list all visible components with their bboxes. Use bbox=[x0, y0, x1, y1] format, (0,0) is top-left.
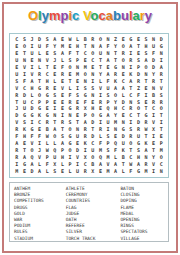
grid-cell[interactable]: L bbox=[51, 78, 59, 85]
grid-cell[interactable]: G bbox=[66, 140, 74, 147]
grid-cell[interactable]: Y bbox=[51, 43, 59, 50]
grid-cell[interactable]: L bbox=[119, 168, 127, 175]
grid-cell[interactable]: S bbox=[66, 119, 74, 126]
grid-cell[interactable]: O bbox=[135, 105, 143, 112]
grid-cell[interactable]: T bbox=[150, 147, 158, 154]
grid-cell[interactable]: T bbox=[157, 112, 165, 119]
grid-cell[interactable]: R bbox=[43, 85, 51, 92]
grid-cell[interactable]: U bbox=[97, 50, 105, 57]
grid-cell[interactable]: R bbox=[142, 119, 150, 126]
grid-cell[interactable]: I bbox=[150, 112, 158, 119]
grid-cell[interactable]: S bbox=[51, 92, 59, 99]
grid-cell[interactable]: K bbox=[81, 140, 89, 147]
grid-cell[interactable]: S bbox=[51, 50, 59, 57]
grid-cell[interactable]: S bbox=[89, 85, 97, 92]
grid-cell[interactable]: D bbox=[119, 133, 127, 140]
grid-cell[interactable]: K bbox=[21, 126, 29, 133]
grid-cell[interactable]: D bbox=[74, 147, 82, 154]
grid-cell[interactable]: G bbox=[112, 64, 120, 71]
grid-cell[interactable]: C bbox=[89, 57, 97, 64]
grid-cell[interactable]: N bbox=[51, 112, 59, 119]
grid-cell[interactable]: S bbox=[104, 92, 112, 99]
grid-cell[interactable]: A bbox=[81, 119, 89, 126]
grid-cell[interactable]: R bbox=[13, 154, 21, 161]
grid-cell[interactable]: A bbox=[142, 57, 150, 64]
grid-cell[interactable]: Y bbox=[112, 99, 120, 106]
grid-cell[interactable]: G bbox=[66, 105, 74, 112]
grid-cell[interactable]: S bbox=[51, 168, 59, 175]
grid-cell[interactable]: R bbox=[97, 126, 105, 133]
grid-cell[interactable]: A bbox=[104, 71, 112, 78]
grid-cell[interactable]: M bbox=[59, 43, 67, 50]
grid-cell[interactable]: R bbox=[13, 147, 21, 154]
grid-cell[interactable]: S bbox=[142, 50, 150, 57]
grid-cell[interactable]: I bbox=[51, 105, 59, 112]
grid-cell[interactable]: E bbox=[36, 126, 44, 133]
grid-cell[interactable]: N bbox=[142, 154, 150, 161]
grid-cell[interactable]: K bbox=[112, 78, 120, 85]
grid-cell[interactable]: C bbox=[150, 105, 158, 112]
grid-cell[interactable]: J bbox=[36, 147, 44, 154]
grid-cell[interactable]: M bbox=[142, 168, 150, 175]
grid-cell[interactable]: N bbox=[157, 50, 165, 57]
grid-cell[interactable]: N bbox=[127, 99, 135, 106]
grid-cell[interactable]: Q bbox=[112, 140, 120, 147]
grid-cell[interactable]: C bbox=[28, 99, 36, 106]
grid-cell[interactable]: N bbox=[104, 50, 112, 57]
grid-cell[interactable]: C bbox=[13, 36, 21, 43]
grid-cell[interactable]: Y bbox=[150, 154, 158, 161]
grid-cell[interactable]: U bbox=[74, 168, 82, 175]
grid-cell[interactable]: O bbox=[66, 64, 74, 71]
grid-cell[interactable]: Y bbox=[97, 71, 105, 78]
grid-cell[interactable]: F bbox=[97, 140, 105, 147]
grid-cell[interactable]: A bbox=[112, 161, 120, 168]
grid-cell[interactable]: F bbox=[43, 43, 51, 50]
grid-cell[interactable]: E bbox=[74, 112, 82, 119]
grid-cell[interactable]: A bbox=[104, 57, 112, 64]
grid-cell[interactable]: S bbox=[21, 119, 29, 126]
grid-cell[interactable]: T bbox=[135, 112, 143, 119]
grid-cell[interactable]: A bbox=[51, 36, 59, 43]
grid-cell[interactable]: J bbox=[28, 36, 36, 43]
grid-cell[interactable]: G bbox=[28, 126, 36, 133]
grid-cell[interactable]: S bbox=[142, 36, 150, 43]
grid-cell[interactable]: G bbox=[119, 126, 127, 133]
grid-cell[interactable]: A bbox=[59, 140, 67, 147]
grid-cell[interactable]: G bbox=[36, 85, 44, 92]
grid-cell[interactable]: C bbox=[127, 92, 135, 99]
grid-cell[interactable]: A bbox=[142, 147, 150, 154]
grid-cell[interactable]: R bbox=[157, 99, 165, 106]
grid-cell[interactable]: O bbox=[66, 147, 74, 154]
grid-cell[interactable]: F bbox=[66, 92, 74, 99]
grid-cell[interactable]: X bbox=[81, 105, 89, 112]
grid-cell[interactable]: Q bbox=[97, 154, 105, 161]
grid-cell[interactable]: E bbox=[43, 105, 51, 112]
grid-cell[interactable]: V bbox=[36, 154, 44, 161]
grid-cell[interactable]: T bbox=[81, 43, 89, 50]
grid-cell[interactable]: U bbox=[104, 85, 112, 92]
grid-cell[interactable]: I bbox=[66, 154, 74, 161]
grid-cell[interactable]: E bbox=[13, 43, 21, 50]
grid-cell[interactable]: I bbox=[142, 92, 150, 99]
grid-cell[interactable]: R bbox=[59, 119, 67, 126]
grid-cell[interactable]: E bbox=[21, 168, 29, 175]
grid-cell[interactable]: N bbox=[119, 64, 127, 71]
grid-cell[interactable]: A bbox=[112, 85, 120, 92]
grid-cell[interactable]: E bbox=[59, 36, 67, 43]
grid-cell[interactable]: G bbox=[142, 112, 150, 119]
grid-cell[interactable]: G bbox=[135, 140, 143, 147]
grid-cell[interactable]: T bbox=[74, 119, 82, 126]
grid-cell[interactable]: X bbox=[89, 168, 97, 175]
grid-cell[interactable]: A bbox=[127, 43, 135, 50]
grid-cell[interactable]: R bbox=[81, 133, 89, 140]
grid-cell[interactable]: W bbox=[43, 133, 51, 140]
grid-cell[interactable]: V bbox=[28, 71, 36, 78]
grid-cell[interactable]: M bbox=[13, 168, 21, 175]
grid-cell[interactable]: C bbox=[119, 105, 127, 112]
grid-cell[interactable]: X bbox=[150, 126, 158, 133]
grid-cell[interactable]: L bbox=[36, 161, 44, 168]
grid-cell[interactable]: R bbox=[81, 126, 89, 133]
grid-cell[interactable]: N bbox=[119, 119, 127, 126]
grid-cell[interactable]: O bbox=[112, 92, 120, 99]
grid-cell[interactable]: Y bbox=[112, 43, 120, 50]
grid-cell[interactable]: V bbox=[157, 85, 165, 92]
grid-cell[interactable]: E bbox=[150, 140, 158, 147]
grid-cell[interactable]: G bbox=[127, 36, 135, 43]
grid-cell[interactable]: D bbox=[157, 36, 165, 43]
grid-cell[interactable]: R bbox=[13, 92, 21, 99]
grid-cell[interactable]: R bbox=[97, 99, 105, 106]
grid-cell[interactable]: L bbox=[66, 168, 74, 175]
grid-cell[interactable]: E bbox=[74, 78, 82, 85]
grid-cell[interactable]: T bbox=[21, 147, 29, 154]
grid-cell[interactable]: S bbox=[66, 57, 74, 64]
grid-cell[interactable]: N bbox=[36, 57, 44, 64]
grid-cell[interactable]: W bbox=[66, 36, 74, 43]
grid-cell[interactable]: H bbox=[59, 154, 67, 161]
grid-cell[interactable]: E bbox=[21, 140, 29, 147]
grid-cell[interactable]: A bbox=[119, 85, 127, 92]
grid-cell[interactable]: I bbox=[36, 140, 44, 147]
grid-cell[interactable]: T bbox=[112, 57, 120, 64]
grid-cell[interactable]: Z bbox=[135, 85, 143, 92]
grid-cell[interactable]: F bbox=[13, 133, 21, 140]
grid-cell[interactable]: I bbox=[150, 133, 158, 140]
grid-cell[interactable]: E bbox=[59, 105, 67, 112]
grid-cell[interactable]: C bbox=[21, 85, 29, 92]
grid-cell[interactable]: B bbox=[89, 161, 97, 168]
grid-cell[interactable]: D bbox=[150, 57, 158, 64]
grid-cell[interactable]: P bbox=[66, 161, 74, 168]
grid-cell[interactable]: I bbox=[74, 161, 82, 168]
grid-cell[interactable]: I bbox=[97, 92, 105, 99]
grid-cell[interactable]: N bbox=[157, 168, 165, 175]
grid-cell[interactable]: P bbox=[104, 140, 112, 147]
grid-cell[interactable]: H bbox=[89, 105, 97, 112]
grid-cell[interactable]: N bbox=[81, 78, 89, 85]
grid-cell[interactable]: A bbox=[13, 140, 21, 147]
grid-cell[interactable]: L bbox=[59, 161, 67, 168]
grid-cell[interactable]: W bbox=[127, 161, 135, 168]
grid-cell[interactable]: E bbox=[43, 50, 51, 57]
grid-cell[interactable]: E bbox=[59, 78, 67, 85]
grid-cell[interactable]: R bbox=[112, 71, 120, 78]
grid-cell[interactable]: R bbox=[127, 105, 135, 112]
grid-cell[interactable]: G bbox=[28, 112, 36, 119]
grid-cell[interactable]: D bbox=[13, 112, 21, 119]
grid-cell[interactable]: H bbox=[21, 133, 29, 140]
grid-cell[interactable]: V bbox=[21, 64, 29, 71]
grid-cell[interactable]: C bbox=[157, 161, 165, 168]
grid-cell[interactable]: M bbox=[74, 71, 82, 78]
grid-cell[interactable]: G bbox=[21, 112, 29, 119]
grid-cell[interactable]: T bbox=[74, 50, 82, 57]
grid-cell[interactable]: N bbox=[150, 85, 158, 92]
grid-cell[interactable]: H bbox=[112, 105, 120, 112]
grid-cell[interactable]: N bbox=[21, 57, 29, 64]
grid-cell[interactable]: E bbox=[13, 64, 21, 71]
grid-cell[interactable]: S bbox=[135, 147, 143, 154]
grid-cell[interactable]: R bbox=[157, 71, 165, 78]
grid-cell[interactable]: H bbox=[74, 43, 82, 50]
grid-cell[interactable]: D bbox=[36, 36, 44, 43]
grid-cell[interactable]: N bbox=[89, 71, 97, 78]
grid-cell[interactable]: T bbox=[135, 43, 143, 50]
grid-cell[interactable]: L bbox=[74, 36, 82, 43]
grid-cell[interactable]: B bbox=[43, 126, 51, 133]
grid-cell[interactable]: A bbox=[127, 78, 135, 85]
grid-cell[interactable]: F bbox=[104, 78, 112, 85]
grid-cell[interactable]: E bbox=[157, 133, 165, 140]
grid-cell[interactable]: L bbox=[66, 85, 74, 92]
grid-cell[interactable]: N bbox=[89, 92, 97, 99]
grid-cell[interactable]: V bbox=[97, 85, 105, 92]
grid-cell[interactable]: A bbox=[97, 161, 105, 168]
grid-cell[interactable]: S bbox=[104, 147, 112, 154]
grid-cell[interactable]: E bbox=[89, 64, 97, 71]
grid-cell[interactable]: L bbox=[36, 64, 44, 71]
grid-cell[interactable]: V bbox=[13, 119, 21, 126]
grid-cell[interactable]: K bbox=[36, 112, 44, 119]
grid-cell[interactable]: X bbox=[51, 161, 59, 168]
grid-cell[interactable]: E bbox=[142, 85, 150, 92]
grid-cell[interactable]: I bbox=[104, 126, 112, 133]
grid-cell[interactable]: C bbox=[36, 119, 44, 126]
grid-cell[interactable]: N bbox=[150, 36, 158, 43]
grid-cell[interactable]: H bbox=[28, 85, 36, 92]
grid-cell[interactable]: U bbox=[13, 57, 21, 64]
grid-cell[interactable]: M bbox=[104, 154, 112, 161]
grid-cell[interactable]: Y bbox=[112, 112, 120, 119]
grid-cell[interactable]: R bbox=[119, 50, 127, 57]
grid-cell[interactable]: T bbox=[89, 126, 97, 133]
grid-cell[interactable]: V bbox=[59, 85, 67, 92]
grid-cell[interactable]: U bbox=[135, 133, 143, 140]
grid-cell[interactable]: I bbox=[28, 64, 36, 71]
grid-cell[interactable]: G bbox=[157, 43, 165, 50]
grid-cell[interactable]: D bbox=[21, 92, 29, 99]
grid-cell[interactable]: T bbox=[157, 78, 165, 85]
grid-cell[interactable]: S bbox=[59, 133, 67, 140]
grid-cell[interactable]: A bbox=[21, 154, 29, 161]
grid-cell[interactable]: N bbox=[74, 64, 82, 71]
grid-cell[interactable]: I bbox=[74, 85, 82, 92]
grid-cell[interactable]: R bbox=[74, 105, 82, 112]
grid-cell[interactable]: O bbox=[89, 154, 97, 161]
grid-cell[interactable]: U bbox=[74, 133, 82, 140]
grid-cell[interactable]: N bbox=[89, 43, 97, 50]
grid-cell[interactable]: A bbox=[112, 168, 120, 175]
grid-cell[interactable]: D bbox=[89, 133, 97, 140]
grid-cell[interactable]: D bbox=[28, 105, 36, 112]
grid-cell[interactable]: F bbox=[135, 92, 143, 99]
grid-cell[interactable]: T bbox=[13, 99, 21, 106]
grid-cell[interactable]: R bbox=[36, 71, 44, 78]
grid-cell[interactable]: E bbox=[51, 64, 59, 71]
grid-cell[interactable]: E bbox=[74, 140, 82, 147]
grid-cell[interactable]: M bbox=[81, 64, 89, 71]
grid-cell[interactable]: I bbox=[97, 119, 105, 126]
grid-cell[interactable]: D bbox=[135, 119, 143, 126]
grid-cell[interactable]: O bbox=[119, 43, 127, 50]
grid-cell[interactable]: I bbox=[28, 43, 36, 50]
grid-cell[interactable]: G bbox=[43, 92, 51, 99]
grid-cell[interactable]: F bbox=[81, 99, 89, 106]
grid-cell[interactable]: N bbox=[142, 71, 150, 78]
grid-cell[interactable]: R bbox=[150, 78, 158, 85]
grid-cell[interactable]: D bbox=[150, 64, 158, 71]
grid-cell[interactable]: E bbox=[51, 99, 59, 106]
grid-cell[interactable]: F bbox=[21, 78, 29, 85]
grid-cell[interactable]: F bbox=[28, 133, 36, 140]
grid-cell[interactable]: A bbox=[135, 161, 143, 168]
grid-cell[interactable]: A bbox=[104, 112, 112, 119]
grid-cell[interactable]: U bbox=[21, 99, 29, 106]
grid-cell[interactable]: E bbox=[112, 133, 120, 140]
grid-cell[interactable]: P bbox=[59, 147, 67, 154]
grid-cell[interactable]: E bbox=[13, 50, 21, 57]
grid-cell[interactable]: E bbox=[97, 105, 105, 112]
grid-cell[interactable]: E bbox=[104, 64, 112, 71]
grid-cell[interactable]: E bbox=[59, 99, 67, 106]
grid-cell[interactable]: F bbox=[104, 43, 112, 50]
grid-cell[interactable]: V bbox=[150, 161, 158, 168]
grid-cell[interactable]: U bbox=[36, 43, 44, 50]
grid-cell[interactable]: S bbox=[43, 36, 51, 43]
grid-cell[interactable]: N bbox=[112, 126, 120, 133]
grid-cell[interactable]: V bbox=[28, 140, 36, 147]
grid-cell[interactable]: F bbox=[43, 161, 51, 168]
grid-cell[interactable]: O bbox=[89, 112, 97, 119]
grid-cell[interactable]: C bbox=[127, 112, 135, 119]
grid-cell[interactable]: C bbox=[81, 161, 89, 168]
grid-cell[interactable]: L bbox=[36, 50, 44, 57]
grid-cell[interactable]: A bbox=[157, 64, 165, 71]
grid-cell[interactable]: D bbox=[119, 99, 127, 106]
grid-cell[interactable]: E bbox=[28, 57, 36, 64]
grid-cell[interactable]: A bbox=[97, 43, 105, 50]
grid-cell[interactable]: L bbox=[112, 154, 120, 161]
grid-cell[interactable]: B bbox=[119, 154, 127, 161]
grid-cell[interactable]: V bbox=[104, 161, 112, 168]
grid-cell[interactable]: C bbox=[89, 140, 97, 147]
grid-cell[interactable]: E bbox=[59, 92, 67, 99]
grid-cell[interactable]: T bbox=[142, 133, 150, 140]
grid-cell[interactable]: O bbox=[127, 140, 135, 147]
grid-cell[interactable]: P bbox=[36, 99, 44, 106]
grid-cell[interactable]: F bbox=[112, 147, 120, 154]
grid-cell[interactable]: T bbox=[36, 78, 44, 85]
grid-cell[interactable]: A bbox=[59, 50, 67, 57]
grid-cell[interactable]: M bbox=[157, 147, 165, 154]
grid-cell[interactable]: T bbox=[112, 50, 120, 57]
grid-cell[interactable]: O bbox=[142, 64, 150, 71]
grid-cell[interactable]: G bbox=[66, 133, 74, 140]
grid-cell[interactable]: N bbox=[104, 36, 112, 43]
grid-cell[interactable]: S bbox=[104, 133, 112, 140]
grid-cell[interactable]: R bbox=[127, 57, 135, 64]
grid-cell[interactable]: I bbox=[28, 119, 36, 126]
grid-cell[interactable]: Y bbox=[150, 71, 158, 78]
grid-cell[interactable]: P bbox=[157, 140, 165, 147]
grid-cell[interactable]: T bbox=[142, 78, 150, 85]
grid-cell[interactable]: F bbox=[36, 133, 44, 140]
grid-cell[interactable]: G bbox=[135, 168, 143, 175]
grid-cell[interactable]: N bbox=[74, 126, 82, 133]
grid-cell[interactable]: P bbox=[43, 99, 51, 106]
grid-cell[interactable]: Q bbox=[104, 105, 112, 112]
grid-cell[interactable]: I bbox=[13, 161, 21, 168]
grid-cell[interactable]: F bbox=[59, 64, 67, 71]
grid-cell[interactable]: R bbox=[66, 99, 74, 106]
grid-cell[interactable]: S bbox=[74, 92, 82, 99]
grid-cell[interactable]: I bbox=[127, 64, 135, 71]
grid-cell[interactable]: A bbox=[51, 126, 59, 133]
grid-cell[interactable]: E bbox=[66, 71, 74, 78]
grid-cell[interactable]: N bbox=[66, 112, 74, 119]
grid-cell[interactable]: E bbox=[119, 36, 127, 43]
grid-cell[interactable]: E bbox=[97, 168, 105, 175]
grid-cell[interactable]: O bbox=[81, 71, 89, 78]
grid-cell[interactable]: T bbox=[127, 147, 135, 154]
grid-cell[interactable]: K bbox=[142, 140, 150, 147]
grid-cell[interactable]: B bbox=[150, 92, 158, 99]
grid-cell[interactable]: R bbox=[59, 71, 67, 78]
grid-cell[interactable]: L bbox=[97, 133, 105, 140]
grid-cell[interactable]: E bbox=[119, 71, 127, 78]
grid-cell[interactable]: H bbox=[135, 154, 143, 161]
grid-cell[interactable]: E bbox=[51, 71, 59, 78]
grid-cell[interactable]: R bbox=[150, 99, 158, 106]
grid-cell[interactable]: R bbox=[142, 161, 150, 168]
grid-cell[interactable]: P bbox=[135, 64, 143, 71]
grid-cell[interactable]: T bbox=[51, 119, 59, 126]
grid-cell[interactable]: E bbox=[135, 50, 143, 57]
grid-cell[interactable]: I bbox=[127, 50, 135, 57]
grid-cell[interactable]: E bbox=[142, 99, 150, 106]
grid-cell[interactable]: I bbox=[81, 147, 89, 154]
grid-cell[interactable]: G bbox=[43, 112, 51, 119]
grid-cell[interactable]: S bbox=[21, 36, 29, 43]
grid-cell[interactable]: F bbox=[66, 50, 74, 57]
grid-cell[interactable]: G bbox=[21, 161, 29, 168]
grid-cell[interactable]: R bbox=[127, 133, 135, 140]
grid-cell[interactable]: A bbox=[28, 78, 36, 85]
